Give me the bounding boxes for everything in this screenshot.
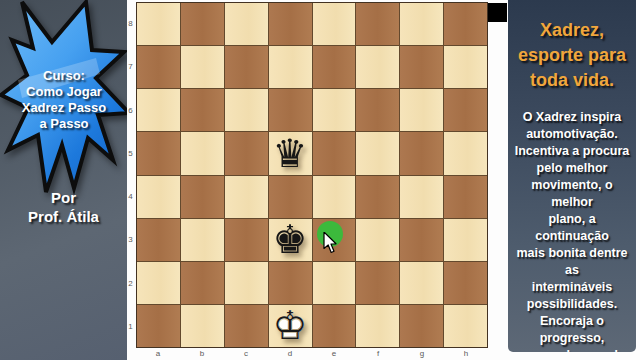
piece-white-king[interactable]: ♚ [269,305,312,347]
video-corner-box [488,3,507,22]
slogan-title: Xadrez, esporte para toda vida. [508,18,636,93]
square-g2[interactable] [400,262,443,304]
square-d3[interactable]: ♚ [269,219,312,261]
author-credit: Por Prof. Átila [0,188,127,226]
square-d8[interactable] [269,3,312,45]
right-sidebar: Xadrez, esporte para toda vida. O Xadrez… [508,0,636,352]
square-b2[interactable] [181,262,224,304]
square-b1[interactable] [181,305,224,347]
square-h4[interactable] [444,176,487,218]
square-a8[interactable] [137,3,180,45]
square-h1[interactable] [444,305,487,347]
square-c5[interactable] [225,132,268,174]
square-a3[interactable] [137,219,180,261]
square-g1[interactable] [400,305,443,347]
square-a1[interactable] [137,305,180,347]
file-label-e: e [312,348,356,359]
square-f6[interactable] [356,89,399,131]
square-f3[interactable] [356,219,399,261]
square-b7[interactable] [181,46,224,88]
chess-board[interactable]: ♛♚♚♔ [137,3,487,347]
starburst-shape [0,0,127,292]
square-c4[interactable] [225,176,268,218]
square-d2[interactable] [269,262,312,304]
square-f4[interactable] [356,176,399,218]
video-frame: Curso: Como Jogar Xadrez Passo a Passo P… [0,0,640,360]
square-d1[interactable]: ♚♔ [269,305,312,347]
rank-label-7: 7 [125,45,136,88]
square-c7[interactable] [225,46,268,88]
rank-label-6: 6 [125,89,136,132]
rank-label-1: 1 [125,305,136,348]
square-h2[interactable] [444,262,487,304]
square-g3[interactable] [400,219,443,261]
square-f1[interactable] [356,305,399,347]
square-b4[interactable] [181,176,224,218]
square-b5[interactable] [181,132,224,174]
file-label-g: g [400,348,444,359]
piece-black-queen[interactable]: ♛ [269,132,312,174]
file-label-b: b [180,348,224,359]
file-label-d: d [268,348,312,359]
course-title: Curso: Como Jogar Xadrez Passo a Passo [6,68,122,132]
square-c8[interactable] [225,3,268,45]
rank-labels: 87654321 [125,2,136,348]
square-g7[interactable] [400,46,443,88]
file-label-h: h [444,348,488,359]
square-c6[interactable] [225,89,268,131]
piece-white-king-outline: ♔ [269,305,312,347]
square-f2[interactable] [356,262,399,304]
square-g8[interactable] [400,3,443,45]
square-h3[interactable] [444,219,487,261]
square-g4[interactable] [400,176,443,218]
rank-label-5: 5 [125,132,136,175]
square-h7[interactable] [444,46,487,88]
square-d7[interactable] [269,46,312,88]
square-a2[interactable] [137,262,180,304]
rank-label-8: 8 [125,2,136,45]
left-sidebar: Curso: Como Jogar Xadrez Passo a Passo P… [0,0,127,360]
square-c1[interactable] [225,305,268,347]
square-h6[interactable] [444,89,487,131]
mouse-cursor-icon [323,232,338,254]
square-h5[interactable] [444,132,487,174]
square-a5[interactable] [137,132,180,174]
square-e8[interactable] [313,3,356,45]
square-a6[interactable] [137,89,180,131]
square-d4[interactable] [269,176,312,218]
square-f5[interactable] [356,132,399,174]
file-label-a: a [136,348,180,359]
square-h8[interactable] [444,3,487,45]
chess-board-frame: ♛♚♚♔ [136,2,488,348]
square-e3[interactable] [313,219,356,261]
square-e6[interactable] [313,89,356,131]
square-b6[interactable] [181,89,224,131]
motivation-text: O Xadrez inspira automotivação. Incentiv… [508,109,636,352]
square-e2[interactable] [313,262,356,304]
square-a7[interactable] [137,46,180,88]
square-e1[interactable] [313,305,356,347]
square-f8[interactable] [356,3,399,45]
square-d5[interactable]: ♛ [269,132,312,174]
square-d6[interactable] [269,89,312,131]
square-b8[interactable] [181,3,224,45]
square-c3[interactable] [225,219,268,261]
square-g5[interactable] [400,132,443,174]
square-e7[interactable] [313,46,356,88]
rank-label-2: 2 [125,262,136,305]
file-label-f: f [356,348,400,359]
square-b3[interactable] [181,219,224,261]
piece-black-king[interactable]: ♚ [269,219,312,261]
file-labels: abcdefgh [136,348,488,359]
square-e4[interactable] [313,176,356,218]
rank-label-3: 3 [125,218,136,261]
rank-label-4: 4 [125,175,136,218]
square-c2[interactable] [225,262,268,304]
file-label-c: c [224,348,268,359]
square-g6[interactable] [400,89,443,131]
square-a4[interactable] [137,176,180,218]
square-f7[interactable] [356,46,399,88]
square-e5[interactable] [313,132,356,174]
